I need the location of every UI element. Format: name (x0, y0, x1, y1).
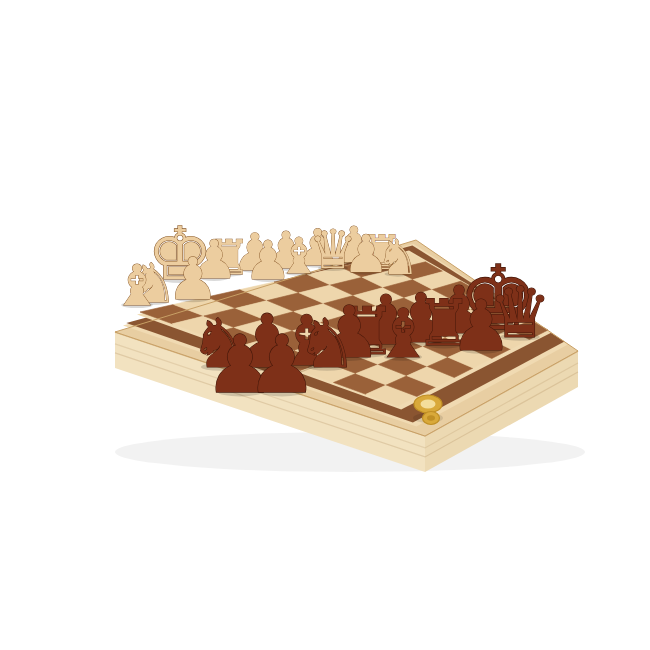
piece-black-pawn[interactable]: ♟ (450, 285, 513, 366)
piece-white-pawn[interactable]: ♟ (244, 229, 292, 292)
chess-set-photo: ♟♟♟♛♜♟♟♝♜♞♟♚♟♟♞♝♚♟♛♟♟♜♟♜♟♝♝♞♟♞♟♟ (0, 0, 650, 650)
svg-text:♞: ♞ (376, 229, 419, 285)
brass-latch-icon (413, 395, 443, 425)
svg-text:♟: ♟ (246, 318, 317, 411)
svg-text:♝: ♝ (112, 253, 162, 318)
piece-white-knight[interactable]: ♞ (376, 229, 419, 285)
svg-text:♝: ♝ (373, 294, 434, 373)
piece-white-bishop[interactable]: ♝ (112, 253, 162, 318)
svg-text:♟: ♟ (450, 285, 513, 366)
piece-black-pawn[interactable]: ♟ (246, 318, 317, 411)
board-photo-svg: ♟♟♟♛♜♟♟♝♜♞♟♚♟♟♞♝♚♟♛♟♟♜♟♜♟♝♝♞♟♞♟♟ (0, 0, 650, 650)
piece-black-bishop[interactable]: ♝ (373, 294, 434, 373)
svg-text:♟: ♟ (244, 229, 292, 292)
